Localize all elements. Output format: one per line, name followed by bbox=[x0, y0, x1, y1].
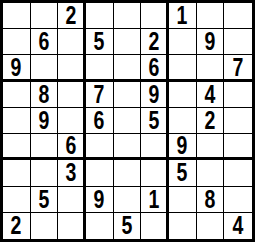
given-digit: 9 bbox=[205, 29, 216, 54]
given-digit: 4 bbox=[233, 213, 244, 238]
cell-r7c3[interactable]: 3 bbox=[58, 160, 86, 186]
given-digit: 6 bbox=[94, 108, 105, 133]
given-digit: 9 bbox=[177, 134, 188, 158]
cell-r1c5[interactable] bbox=[114, 3, 142, 29]
cell-r5c5[interactable] bbox=[114, 108, 142, 134]
given-digit: 9 bbox=[148, 82, 159, 107]
given-digit: 6 bbox=[148, 55, 159, 79]
cell-r5c1[interactable] bbox=[3, 108, 31, 134]
given-digit: 5 bbox=[94, 29, 105, 54]
given-digit: 1 bbox=[148, 187, 159, 212]
cell-r9c2[interactable] bbox=[31, 213, 59, 239]
cell-r7c7[interactable]: 5 bbox=[169, 160, 197, 186]
given-digit: 7 bbox=[94, 82, 105, 107]
cell-r1c6[interactable] bbox=[141, 3, 169, 29]
given-digit: 8 bbox=[39, 82, 50, 107]
sudoku-board: 2165299678794965269355918254 bbox=[0, 0, 255, 242]
cell-r4c3[interactable] bbox=[58, 82, 86, 108]
given-digit: 5 bbox=[39, 187, 50, 212]
cell-r3c9[interactable]: 7 bbox=[224, 55, 252, 81]
given-digit: 2 bbox=[205, 108, 216, 133]
cell-r9c5[interactable]: 5 bbox=[114, 213, 142, 239]
cell-r4c1[interactable] bbox=[3, 82, 31, 108]
cell-r5c2[interactable]: 9 bbox=[31, 108, 59, 134]
cell-r7c1[interactable] bbox=[3, 160, 31, 186]
cell-r5c3[interactable] bbox=[58, 108, 86, 134]
given-digit: 7 bbox=[233, 55, 244, 79]
given-digit: 2 bbox=[11, 213, 22, 238]
cell-r9c4[interactable] bbox=[86, 213, 114, 239]
cell-r3c4[interactable] bbox=[86, 55, 114, 81]
given-digit: 5 bbox=[177, 160, 188, 185]
cell-r6c4[interactable] bbox=[86, 134, 114, 160]
cell-r6c8[interactable] bbox=[197, 134, 225, 160]
cell-r1c7[interactable]: 1 bbox=[169, 3, 197, 29]
cell-r2c6[interactable]: 2 bbox=[141, 29, 169, 55]
given-digit: 2 bbox=[148, 29, 159, 54]
cell-r6c5[interactable] bbox=[114, 134, 142, 160]
cell-r8c7[interactable] bbox=[169, 187, 197, 213]
cell-r9c3[interactable] bbox=[58, 213, 86, 239]
cell-r4c8[interactable]: 4 bbox=[197, 82, 225, 108]
cell-r4c5[interactable] bbox=[114, 82, 142, 108]
cell-r8c1[interactable] bbox=[3, 187, 31, 213]
cell-r7c8[interactable] bbox=[197, 160, 225, 186]
cell-r2c3[interactable] bbox=[58, 29, 86, 55]
cell-r7c2[interactable] bbox=[31, 160, 59, 186]
cell-r4c9[interactable] bbox=[224, 82, 252, 108]
cell-r8c8[interactable]: 8 bbox=[197, 187, 225, 213]
cell-r1c3[interactable]: 2 bbox=[58, 3, 86, 29]
cell-r4c6[interactable]: 9 bbox=[141, 82, 169, 108]
cell-r7c6[interactable] bbox=[141, 160, 169, 186]
given-digit: 5 bbox=[122, 213, 133, 238]
cell-r6c7[interactable]: 9 bbox=[169, 134, 197, 160]
cell-r6c9[interactable] bbox=[224, 134, 252, 160]
cell-r3c3[interactable] bbox=[58, 55, 86, 81]
cell-r9c7[interactable] bbox=[169, 213, 197, 239]
cell-r1c9[interactable] bbox=[224, 3, 252, 29]
given-digit: 2 bbox=[65, 3, 76, 28]
given-digit: 9 bbox=[39, 108, 50, 133]
cell-r2c4[interactable]: 5 bbox=[86, 29, 114, 55]
cell-r6c1[interactable] bbox=[3, 134, 31, 160]
cell-r9c6[interactable] bbox=[141, 213, 169, 239]
cell-r7c5[interactable] bbox=[114, 160, 142, 186]
cell-r1c2[interactable] bbox=[31, 3, 59, 29]
cell-r9c9[interactable]: 4 bbox=[224, 213, 252, 239]
given-digit: 3 bbox=[65, 160, 76, 185]
cell-r8c3[interactable] bbox=[58, 187, 86, 213]
given-digit: 5 bbox=[148, 108, 159, 133]
cell-r3c8[interactable] bbox=[197, 55, 225, 81]
cell-r4c2[interactable]: 8 bbox=[31, 82, 59, 108]
cell-r3c1[interactable]: 9 bbox=[3, 55, 31, 81]
cell-r3c7[interactable] bbox=[169, 55, 197, 81]
cell-r4c7[interactable] bbox=[169, 82, 197, 108]
given-digit: 8 bbox=[205, 187, 216, 212]
given-digit: 9 bbox=[94, 187, 105, 212]
cell-r9c1[interactable]: 2 bbox=[3, 213, 31, 239]
given-digit: 1 bbox=[177, 3, 188, 28]
given-digit: 9 bbox=[11, 55, 22, 79]
cell-r1c4[interactable] bbox=[86, 3, 114, 29]
cell-r1c8[interactable] bbox=[197, 3, 225, 29]
cell-r2c5[interactable] bbox=[114, 29, 142, 55]
cell-r4c4[interactable]: 7 bbox=[86, 82, 114, 108]
cell-r3c5[interactable] bbox=[114, 55, 142, 81]
cell-r8c9[interactable] bbox=[224, 187, 252, 213]
cell-r8c2[interactable]: 5 bbox=[31, 187, 59, 213]
cell-r9c8[interactable] bbox=[197, 213, 225, 239]
cell-r2c9[interactable] bbox=[224, 29, 252, 55]
cell-r5c8[interactable]: 2 bbox=[197, 108, 225, 134]
given-digit: 6 bbox=[39, 29, 50, 54]
cell-r2c8[interactable]: 9 bbox=[197, 29, 225, 55]
cell-r6c2[interactable] bbox=[31, 134, 59, 160]
given-digit: 6 bbox=[65, 134, 76, 158]
cell-r8c4[interactable]: 9 bbox=[86, 187, 114, 213]
given-digit: 4 bbox=[205, 82, 216, 107]
cell-r8c5[interactable] bbox=[114, 187, 142, 213]
cell-r6c3[interactable]: 6 bbox=[58, 134, 86, 160]
cell-r6c6[interactable] bbox=[141, 134, 169, 160]
cell-r2c2[interactable]: 6 bbox=[31, 29, 59, 55]
cell-r7c9[interactable] bbox=[224, 160, 252, 186]
cell-r2c1[interactable] bbox=[3, 29, 31, 55]
cell-r2c7[interactable] bbox=[169, 29, 197, 55]
cell-r7c4[interactable] bbox=[86, 160, 114, 186]
cell-r8c6[interactable]: 1 bbox=[141, 187, 169, 213]
cell-r5c9[interactable] bbox=[224, 108, 252, 134]
cell-r3c2[interactable] bbox=[31, 55, 59, 81]
cell-r5c4[interactable]: 6 bbox=[86, 108, 114, 134]
cell-r5c6[interactable]: 5 bbox=[141, 108, 169, 134]
cell-r5c7[interactable] bbox=[169, 108, 197, 134]
cell-r1c1[interactable] bbox=[3, 3, 31, 29]
cell-r3c6[interactable]: 6 bbox=[141, 55, 169, 81]
